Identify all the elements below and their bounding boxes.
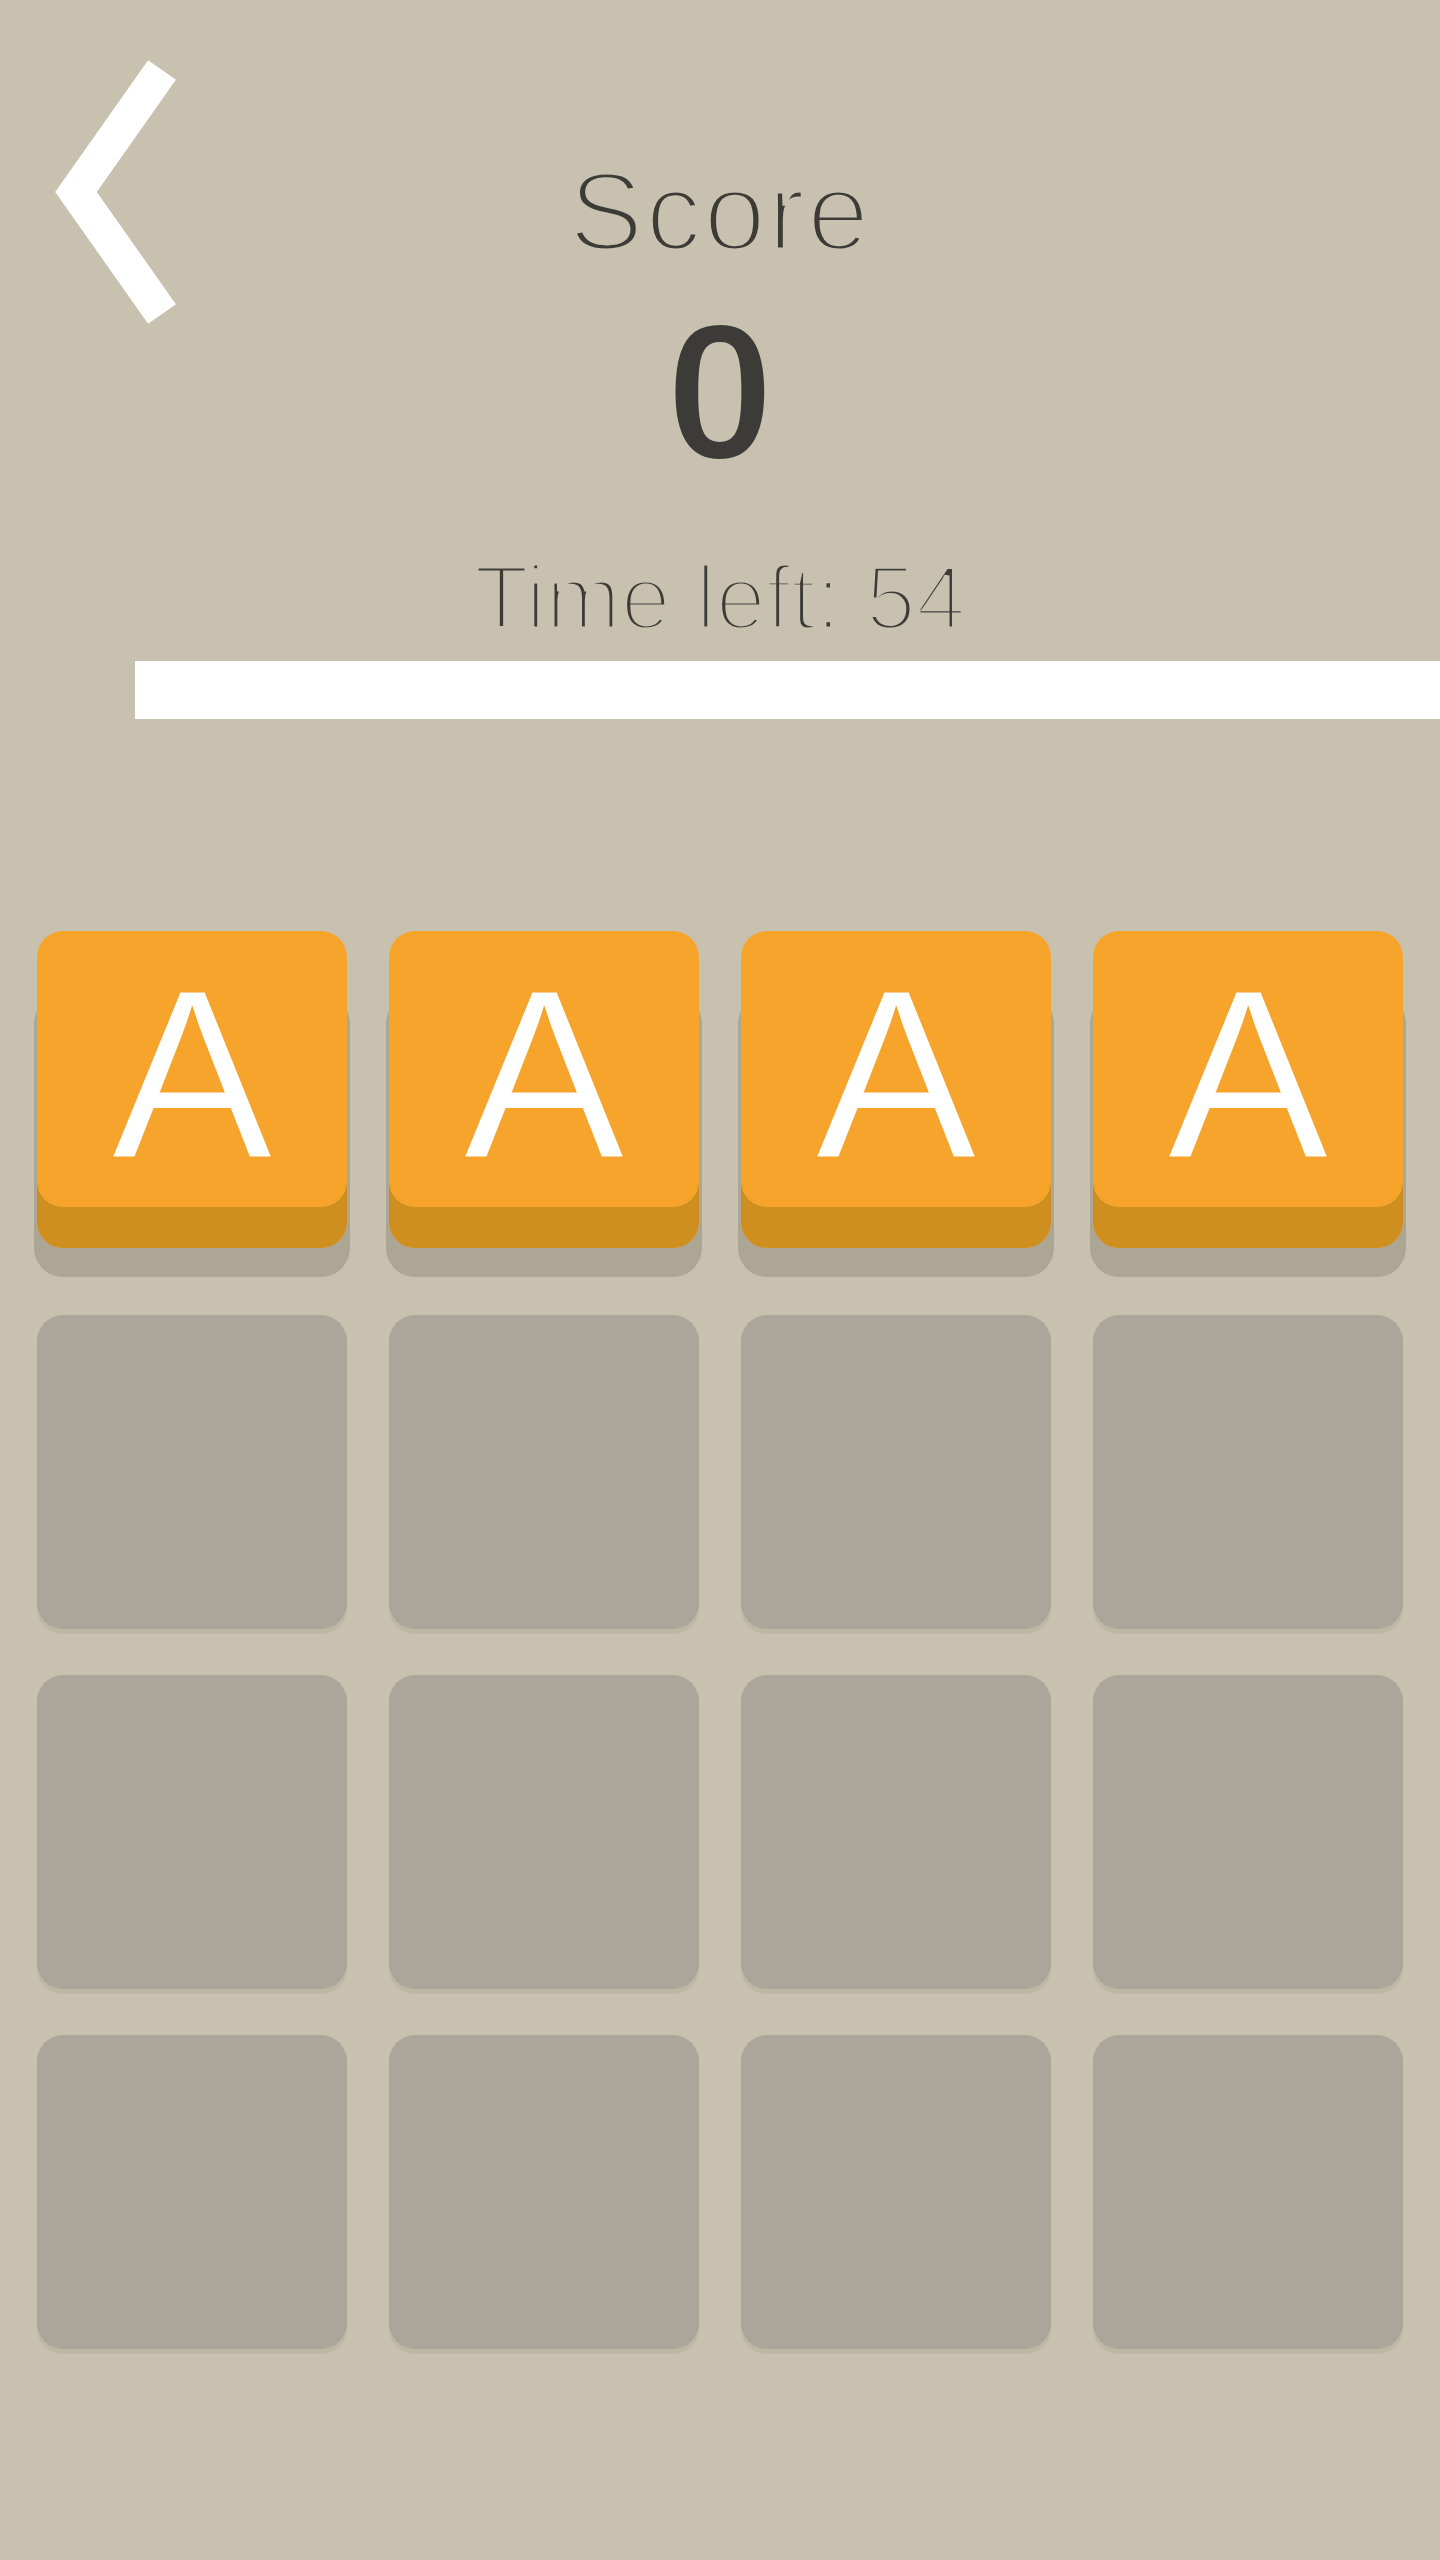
tile-cell-empty <box>37 1675 347 1989</box>
tile-face: A <box>389 931 699 1207</box>
tile-cell-empty <box>741 1315 1051 1629</box>
tile-cell-empty <box>389 1315 699 1629</box>
tile-cell-empty <box>389 2035 699 2349</box>
tile-letter[interactable]: A <box>741 955 1051 1269</box>
tile-face: A <box>37 931 347 1207</box>
tile-cell-empty <box>741 1675 1051 1989</box>
score-label: Score <box>0 156 1440 268</box>
tile-letter[interactable]: A <box>37 955 347 1269</box>
tile-cell-empty <box>37 1315 347 1629</box>
tile-letter-glyph: A <box>463 943 624 1195</box>
tile-cell-empty <box>37 2035 347 2349</box>
tile-letter[interactable]: A <box>389 955 699 1269</box>
tile-letter-glyph: A <box>815 943 976 1195</box>
time-left-text: Time left: 54 <box>0 553 1440 643</box>
tile-face: A <box>1093 931 1403 1207</box>
tile-cell-empty <box>1093 2035 1403 2349</box>
game-screen: Score 0 Time left: 54 AAAA <box>0 0 1440 2560</box>
tile-cell-empty <box>1093 1315 1403 1629</box>
timer-track <box>0 661 1440 719</box>
tile-letter[interactable]: A <box>1093 955 1403 1269</box>
tile-face: A <box>741 931 1051 1207</box>
tile-cell-empty <box>741 2035 1051 2349</box>
tile-cell-empty <box>389 1675 699 1989</box>
tile-letter-glyph: A <box>1167 943 1328 1195</box>
timer-bar-fill <box>135 661 1440 719</box>
board-grid: AAAA <box>0 955 1440 2349</box>
tile-letter-glyph: A <box>111 943 272 1195</box>
score-value: 0 <box>0 294 1440 489</box>
tile-cell-empty <box>1093 1675 1403 1989</box>
